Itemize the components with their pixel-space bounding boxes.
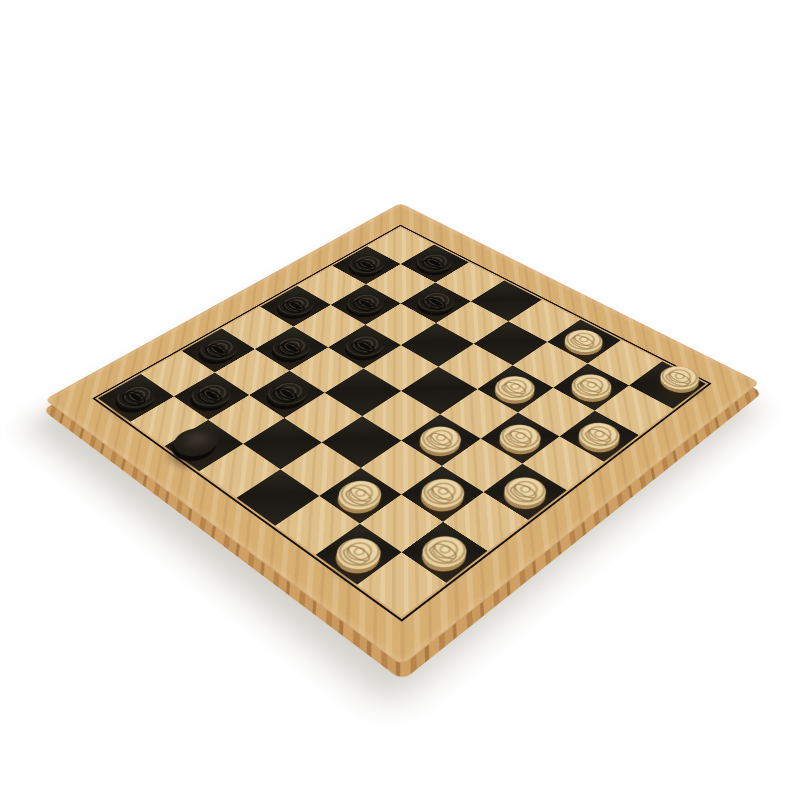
checkers-grid: ⛂⛀⛀⛂⛂⛀⛂⛀⛀⛂⛂⛀⛂⛀⛀⛂⛂⛀⛂⛀⛀⛂⛂⛀ [98, 227, 706, 616]
play-area-border: ⛂⛀⛀⛂⛂⛀⛂⛀⛀⛂⛂⛀⛂⛀⛀⛂⛂⛀⛂⛀⛀⛂⛂⛀ [92, 225, 711, 622]
checker-black-man: ⛂ [338, 331, 391, 363]
square-r7c0: ⛂ [98, 374, 174, 422]
product-photo-scene: ⛂⛀⛀⛂⛂⛀⛂⛀⛀⛂⛂⛀⛂⛀⛀⛂⛂⛀⛂⛀⛀⛂⛂⛀ [0, 0, 800, 800]
checker-black-man: ⛂ [192, 334, 244, 366]
square-r1c7 [595, 386, 673, 435]
checkers-board: ⛂⛀⛀⛂⛂⛀⛂⛀⛀⛂⛂⛀⛂⛀⛀⛂⛂⛀⛂⛀⛀⛂⛂⛀ [45, 203, 760, 666]
square-r7c7 [358, 553, 446, 617]
checker-white-man: ⛀ [652, 361, 707, 395]
perspective-stage: ⛂⛀⛀⛂⛂⛀⛂⛀⛀⛂⛂⛀⛂⛀⛀⛂⛂⛀⛂⛀⛀⛂⛂⛀ [0, 0, 800, 800]
checker-black-man: ⛂ [166, 423, 226, 462]
square-r4c4 [362, 391, 440, 440]
checker-white-man: ⛀ [571, 418, 628, 455]
checker-black-man: ⛂ [109, 380, 163, 414]
square-r3c3 [364, 345, 438, 391]
